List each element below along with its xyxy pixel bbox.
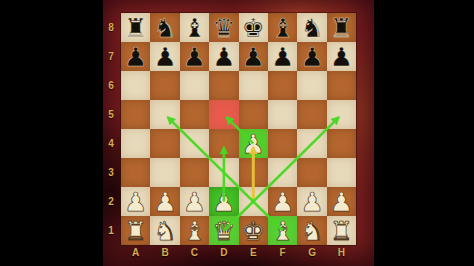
black-pawn-e7[interactable]: ♟	[239, 42, 268, 71]
white-queen-d1[interactable]: ♛	[209, 216, 238, 245]
white-rook-a1[interactable]: ♜	[121, 216, 150, 245]
square-f6[interactable]	[268, 71, 297, 100]
square-g6[interactable]	[297, 71, 326, 100]
white-pawn-f2[interactable]: ♟	[268, 187, 297, 216]
square-b5[interactable]	[150, 100, 179, 129]
square-e7[interactable]: ♟	[239, 42, 268, 71]
white-pawn-h2[interactable]: ♟	[327, 187, 356, 216]
white-bishop-f1[interactable]: ♝	[268, 216, 297, 245]
rank-label-3: 3	[104, 166, 118, 179]
square-g2[interactable]: ♟	[297, 187, 326, 216]
rank-label-8: 8	[104, 21, 118, 34]
file-label-h: H	[327, 247, 356, 259]
square-e4[interactable]: ♟	[239, 129, 268, 158]
square-a1[interactable]: ♜	[121, 216, 150, 245]
file-label-b: B	[150, 247, 179, 259]
square-d1[interactable]: ♛	[209, 216, 238, 245]
white-knight-b1[interactable]: ♞	[150, 216, 179, 245]
black-pawn-a7[interactable]: ♟	[121, 42, 150, 71]
square-h7[interactable]: ♟	[327, 42, 356, 71]
black-pawn-d7[interactable]: ♟	[209, 42, 238, 71]
square-c7[interactable]: ♟	[180, 42, 209, 71]
rank-label-4: 4	[104, 137, 118, 150]
white-bishop-c1[interactable]: ♝	[180, 216, 209, 245]
square-f3[interactable]	[268, 158, 297, 187]
square-d2[interactable]: ♟	[209, 187, 238, 216]
black-queen-d8[interactable]: ♛	[209, 13, 238, 42]
square-f8[interactable]: ♝	[268, 13, 297, 42]
square-e8[interactable]: ♚	[239, 13, 268, 42]
square-b4[interactable]	[150, 129, 179, 158]
square-a3[interactable]	[121, 158, 150, 187]
square-c1[interactable]: ♝	[180, 216, 209, 245]
square-b3[interactable]	[150, 158, 179, 187]
black-rook-a8[interactable]: ♜	[121, 13, 150, 42]
square-b2[interactable]: ♟	[150, 187, 179, 216]
rank-label-6: 6	[104, 79, 118, 92]
white-pawn-d2[interactable]: ♟	[209, 187, 238, 216]
video-frame: 87654321 ♜♞♝♛♚♝♞♜♟♟♟♟♟♟♟♟♟♟♟♟♟♟♟♟♜♞♝♛♚♝♞…	[0, 0, 474, 266]
white-pawn-e4[interactable]: ♟	[239, 129, 268, 158]
board-frame: 87654321 ♜♞♝♛♚♝♞♜♟♟♟♟♟♟♟♟♟♟♟♟♟♟♟♟♜♞♝♛♚♝♞…	[103, 0, 374, 266]
white-pawn-b2[interactable]: ♟	[150, 187, 179, 216]
square-h3[interactable]	[327, 158, 356, 187]
white-knight-g1[interactable]: ♞	[297, 216, 326, 245]
white-king-e1[interactable]: ♚	[239, 216, 268, 245]
square-e1[interactable]: ♚	[239, 216, 268, 245]
square-a8[interactable]: ♜	[121, 13, 150, 42]
square-d8[interactable]: ♛	[209, 13, 238, 42]
square-c8[interactable]: ♝	[180, 13, 209, 42]
rank-label-2: 2	[104, 195, 118, 208]
square-e3[interactable]	[239, 158, 268, 187]
letterbox-right	[374, 0, 474, 266]
square-g4[interactable]	[297, 129, 326, 158]
black-king-e8[interactable]: ♚	[239, 13, 268, 42]
square-a4[interactable]	[121, 129, 150, 158]
square-h4[interactable]	[327, 129, 356, 158]
black-rook-h8[interactable]: ♜	[327, 13, 356, 42]
square-g3[interactable]	[297, 158, 326, 187]
square-c2[interactable]: ♟	[180, 187, 209, 216]
rank-label-7: 7	[104, 50, 118, 63]
file-label-a: A	[121, 247, 150, 259]
file-label-d: D	[209, 247, 238, 259]
square-a7[interactable]: ♟	[121, 42, 150, 71]
black-pawn-h7[interactable]: ♟	[327, 42, 356, 71]
white-pawn-g2[interactable]: ♟	[297, 187, 326, 216]
file-label-e: E	[239, 247, 268, 259]
square-g5[interactable]	[297, 100, 326, 129]
square-g1[interactable]: ♞	[297, 216, 326, 245]
black-knight-g8[interactable]: ♞	[297, 13, 326, 42]
rank-label-5: 5	[104, 108, 118, 121]
square-b6[interactable]	[150, 71, 179, 100]
square-a5[interactable]	[121, 100, 150, 129]
square-h8[interactable]: ♜	[327, 13, 356, 42]
square-h5[interactable]	[327, 100, 356, 129]
black-knight-b8[interactable]: ♞	[150, 13, 179, 42]
square-d3[interactable]	[209, 158, 238, 187]
square-g8[interactable]: ♞	[297, 13, 326, 42]
square-e6[interactable]	[239, 71, 268, 100]
square-c4[interactable]	[180, 129, 209, 158]
square-e5[interactable]	[239, 100, 268, 129]
square-c5[interactable]	[180, 100, 209, 129]
black-pawn-b7[interactable]: ♟	[150, 42, 179, 71]
square-h6[interactable]	[327, 71, 356, 100]
square-b1[interactable]: ♞	[150, 216, 179, 245]
square-f2[interactable]: ♟	[268, 187, 297, 216]
file-labels: ABCDEFGH	[121, 247, 356, 259]
square-d5[interactable]	[209, 100, 238, 129]
white-rook-h1[interactable]: ♜	[327, 216, 356, 245]
square-b7[interactable]: ♟	[150, 42, 179, 71]
square-e2[interactable]	[239, 187, 268, 216]
white-pawn-c2[interactable]: ♟	[180, 187, 209, 216]
square-h1[interactable]: ♜	[327, 216, 356, 245]
rank-label-1: 1	[104, 224, 118, 237]
file-label-c: C	[180, 247, 209, 259]
square-g7[interactable]: ♟	[297, 42, 326, 71]
square-a2[interactable]: ♟	[121, 187, 150, 216]
square-f4[interactable]	[268, 129, 297, 158]
black-bishop-c8[interactable]: ♝	[180, 13, 209, 42]
black-pawn-g7[interactable]: ♟	[297, 42, 326, 71]
white-pawn-a2[interactable]: ♟	[121, 187, 150, 216]
square-f7[interactable]: ♟	[268, 42, 297, 71]
square-c6[interactable]	[180, 71, 209, 100]
black-bishop-f8[interactable]: ♝	[268, 13, 297, 42]
square-h2[interactable]: ♟	[327, 187, 356, 216]
file-label-g: G	[297, 247, 326, 259]
board: ♜♞♝♛♚♝♞♜♟♟♟♟♟♟♟♟♟♟♟♟♟♟♟♟♜♞♝♛♚♝♞♜	[121, 13, 356, 245]
square-a6[interactable]	[121, 71, 150, 100]
square-f1[interactable]: ♝	[268, 216, 297, 245]
file-label-f: F	[268, 247, 297, 259]
square-d4[interactable]	[209, 129, 238, 158]
square-b8[interactable]: ♞	[150, 13, 179, 42]
square-d6[interactable]	[209, 71, 238, 100]
black-pawn-c7[interactable]: ♟	[180, 42, 209, 71]
square-f5[interactable]	[268, 100, 297, 129]
letterbox-left	[0, 0, 103, 266]
square-c3[interactable]	[180, 158, 209, 187]
square-d7[interactable]: ♟	[209, 42, 238, 71]
black-pawn-f7[interactable]: ♟	[268, 42, 297, 71]
